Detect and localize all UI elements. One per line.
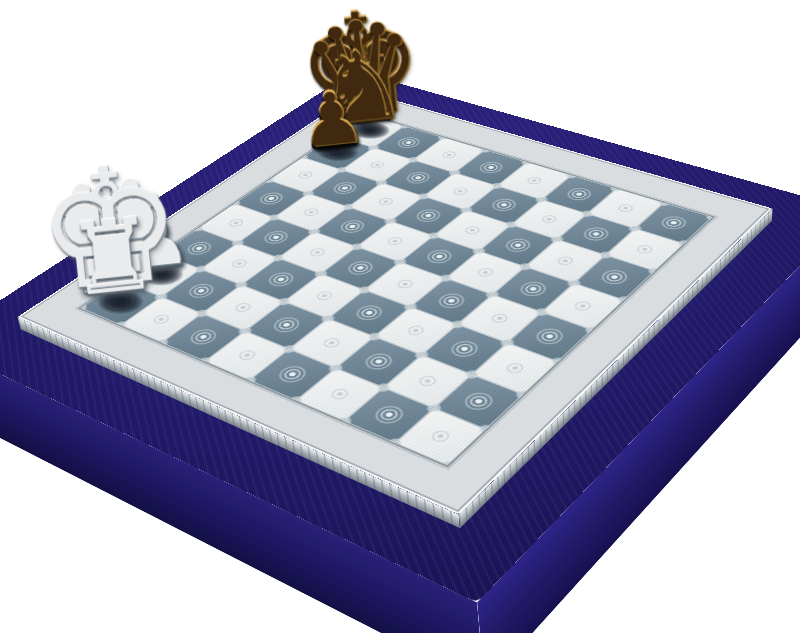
product-photo-background: { "game": "chess", "set": { "description… — [0, 0, 800, 633]
photo-stage: ♜♝♞♚♛♞♝♜♟♟♟♟♟♟♟♟♟♟♟♟♟♟♟♟♜♝♞♚♛♞♝♜ — [0, 0, 800, 633]
